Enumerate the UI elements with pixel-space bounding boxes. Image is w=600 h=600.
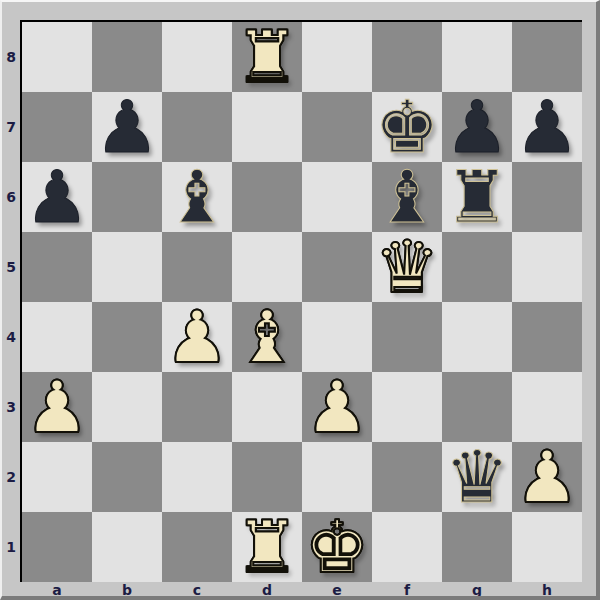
rank-label-8: 8	[2, 22, 20, 92]
square-g6[interactable]: ♜	[442, 162, 512, 232]
rank-label-3: 3	[2, 372, 20, 442]
square-h1[interactable]	[512, 512, 582, 582]
rank-label-6: 6	[2, 162, 20, 232]
square-g5[interactable]	[442, 232, 512, 302]
square-c2[interactable]	[162, 442, 232, 512]
file-label-d: d	[232, 582, 302, 598]
square-a7[interactable]	[22, 92, 92, 162]
square-f7[interactable]: ♚	[372, 92, 442, 162]
square-a6[interactable]: ♟	[22, 162, 92, 232]
square-b4[interactable]	[92, 302, 162, 372]
square-e3[interactable]: ♟	[302, 372, 372, 442]
square-f3[interactable]	[372, 372, 442, 442]
chess-board: ♜♟♚♟♟♟♝♝♜♛♟♝♟♟♛♟♜♚	[20, 20, 582, 582]
square-e6[interactable]	[302, 162, 372, 232]
piece-bP-h7[interactable]: ♟	[512, 92, 582, 162]
piece-bR-g6[interactable]: ♜	[442, 162, 512, 232]
square-b3[interactable]	[92, 372, 162, 442]
square-f5[interactable]: ♛	[372, 232, 442, 302]
square-f4[interactable]	[372, 302, 442, 372]
piece-bB-c6[interactable]: ♝	[162, 162, 232, 232]
rank-label-7: 7	[2, 92, 20, 162]
board-grid: ♜♟♚♟♟♟♝♝♜♛♟♝♟♟♛♟♜♚	[22, 22, 582, 582]
square-d1[interactable]: ♜	[232, 512, 302, 582]
square-e2[interactable]	[302, 442, 372, 512]
square-c8[interactable]	[162, 22, 232, 92]
square-e4[interactable]	[302, 302, 372, 372]
square-g1[interactable]	[442, 512, 512, 582]
square-e5[interactable]	[302, 232, 372, 302]
square-b8[interactable]	[92, 22, 162, 92]
piece-bK-f7[interactable]: ♚	[372, 92, 442, 162]
square-a4[interactable]	[22, 302, 92, 372]
square-f1[interactable]	[372, 512, 442, 582]
piece-wP-a3[interactable]: ♟	[22, 372, 92, 442]
rank-labels: 87654321	[2, 22, 20, 582]
square-b1[interactable]	[92, 512, 162, 582]
file-label-g: g	[442, 582, 512, 598]
piece-wR-d8[interactable]: ♜	[232, 22, 302, 92]
piece-wP-c4[interactable]: ♟	[162, 302, 232, 372]
file-label-a: a	[22, 582, 92, 598]
rank-label-4: 4	[2, 302, 20, 372]
square-f2[interactable]	[372, 442, 442, 512]
square-a5[interactable]	[22, 232, 92, 302]
square-b5[interactable]	[92, 232, 162, 302]
square-f6[interactable]: ♝	[372, 162, 442, 232]
rank-label-1: 1	[2, 512, 20, 582]
square-e8[interactable]	[302, 22, 372, 92]
square-d8[interactable]: ♜	[232, 22, 302, 92]
square-h3[interactable]	[512, 372, 582, 442]
square-g7[interactable]: ♟	[442, 92, 512, 162]
square-h2[interactable]: ♟	[512, 442, 582, 512]
square-a8[interactable]	[22, 22, 92, 92]
piece-bP-g7[interactable]: ♟	[442, 92, 512, 162]
board-frame: 87654321 ♜♟♚♟♟♟♝♝♜♛♟♝♟♟♛♟♜♚ abcdefgh	[0, 0, 600, 600]
square-a3[interactable]: ♟	[22, 372, 92, 442]
square-d5[interactable]	[232, 232, 302, 302]
square-g3[interactable]	[442, 372, 512, 442]
square-c7[interactable]	[162, 92, 232, 162]
piece-bP-a6[interactable]: ♟	[22, 162, 92, 232]
square-d4[interactable]: ♝	[232, 302, 302, 372]
square-g4[interactable]	[442, 302, 512, 372]
square-h4[interactable]	[512, 302, 582, 372]
square-g2[interactable]: ♛	[442, 442, 512, 512]
square-e1[interactable]: ♚	[302, 512, 372, 582]
piece-bP-b7[interactable]: ♟	[92, 92, 162, 162]
square-d7[interactable]	[232, 92, 302, 162]
square-a2[interactable]	[22, 442, 92, 512]
square-h6[interactable]	[512, 162, 582, 232]
square-f8[interactable]	[372, 22, 442, 92]
square-c1[interactable]	[162, 512, 232, 582]
piece-wQ-f5[interactable]: ♛	[372, 232, 442, 302]
piece-bQ-g2[interactable]: ♛	[442, 442, 512, 512]
file-label-h: h	[512, 582, 582, 598]
square-d2[interactable]	[232, 442, 302, 512]
square-b7[interactable]: ♟	[92, 92, 162, 162]
piece-wR-d1[interactable]: ♜	[232, 512, 302, 582]
piece-wP-e3[interactable]: ♟	[302, 372, 372, 442]
square-e7[interactable]	[302, 92, 372, 162]
file-label-b: b	[92, 582, 162, 598]
square-g8[interactable]	[442, 22, 512, 92]
square-d3[interactable]	[232, 372, 302, 442]
square-c4[interactable]: ♟	[162, 302, 232, 372]
file-label-f: f	[372, 582, 442, 598]
file-label-e: e	[302, 582, 372, 598]
square-b6[interactable]	[92, 162, 162, 232]
square-d6[interactable]	[232, 162, 302, 232]
square-c5[interactable]	[162, 232, 232, 302]
square-c3[interactable]	[162, 372, 232, 442]
square-b2[interactable]	[92, 442, 162, 512]
square-h7[interactable]: ♟	[512, 92, 582, 162]
square-h8[interactable]	[512, 22, 582, 92]
piece-bB-f6[interactable]: ♝	[372, 162, 442, 232]
square-c6[interactable]: ♝	[162, 162, 232, 232]
square-a1[interactable]	[22, 512, 92, 582]
rank-label-2: 2	[2, 442, 20, 512]
piece-wB-d4[interactable]: ♝	[232, 302, 302, 372]
file-labels: abcdefgh	[22, 582, 582, 598]
file-label-c: c	[162, 582, 232, 598]
piece-wP-h2[interactable]: ♟	[512, 442, 582, 512]
rank-label-5: 5	[2, 232, 20, 302]
piece-wK-e1[interactable]: ♚	[302, 512, 372, 582]
square-h5[interactable]	[512, 232, 582, 302]
